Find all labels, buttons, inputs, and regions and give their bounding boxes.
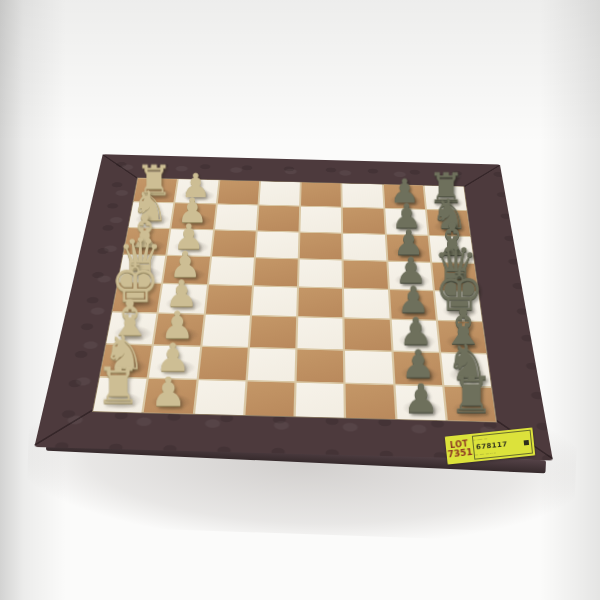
square-e5 bbox=[298, 288, 342, 318]
sticker-info-box: ·· ····· ··· 678117 ··· ···· ··· ·· ·· bbox=[472, 430, 533, 460]
frame-miter-seam bbox=[463, 165, 501, 188]
piece-black-pawn: ♟ bbox=[403, 379, 439, 419]
chess-board-frame: ♜♟♟♜♞♟♟♞♝♟♟♝♛♟♟♛♚♟♟♚♝♟♟♝♞♟♟♞♜♟♟♜ bbox=[34, 154, 553, 460]
square-a6 bbox=[343, 184, 383, 208]
square-e3 bbox=[205, 285, 251, 315]
square-e4 bbox=[252, 286, 297, 316]
square-f5 bbox=[297, 318, 343, 349]
lot-number: 7351 bbox=[447, 447, 473, 460]
photo: ♜♟♟♜♞♟♟♞♝♟♟♝♛♟♟♛♚♟♟♚♝♟♟♝♞♟♟♞♜♟♟♜ LOT 735… bbox=[0, 0, 600, 600]
piece-black-rook: ♜ bbox=[449, 370, 494, 420]
square-c6 bbox=[343, 234, 386, 261]
square-a3 bbox=[217, 180, 259, 204]
square-a4 bbox=[259, 181, 300, 205]
frame-miter-seam bbox=[34, 409, 94, 446]
square-h8: ♜ bbox=[444, 386, 496, 421]
sticker-barcode-mark bbox=[524, 439, 529, 444]
square-h6 bbox=[346, 384, 395, 419]
square-c5 bbox=[300, 232, 342, 259]
piece-white-pawn: ♟ bbox=[150, 372, 186, 412]
square-g3 bbox=[198, 347, 247, 380]
square-e6 bbox=[344, 289, 389, 319]
chess-board-squares: ♜♟♟♜♞♟♟♞♝♟♟♝♛♟♟♛♚♟♟♚♝♟♟♝♞♟♟♞♜♟♟♜ bbox=[92, 178, 497, 423]
square-f6 bbox=[345, 319, 391, 350]
square-h3 bbox=[195, 380, 246, 415]
square-f3 bbox=[202, 315, 250, 346]
square-g6 bbox=[345, 350, 392, 383]
square-b3 bbox=[215, 205, 258, 230]
square-b6 bbox=[343, 208, 384, 234]
square-h1: ♜ bbox=[93, 377, 146, 412]
piece-white-rook: ♜ bbox=[95, 361, 140, 411]
square-f4 bbox=[250, 316, 296, 347]
square-h5 bbox=[296, 383, 344, 418]
square-a5 bbox=[301, 182, 341, 206]
square-h4 bbox=[245, 381, 294, 416]
square-b5 bbox=[300, 207, 341, 233]
lot-block: LOT 7351 bbox=[445, 434, 475, 465]
square-c4 bbox=[256, 231, 299, 258]
square-d4 bbox=[254, 258, 298, 286]
frame-miter-seam bbox=[102, 154, 138, 178]
square-h7: ♟ bbox=[395, 385, 445, 420]
square-g4 bbox=[247, 348, 295, 381]
square-h2: ♟ bbox=[144, 379, 196, 414]
square-d6 bbox=[344, 260, 388, 288]
square-d3 bbox=[209, 257, 254, 285]
square-c3 bbox=[212, 230, 256, 257]
square-g5 bbox=[297, 349, 344, 382]
square-d5 bbox=[299, 259, 342, 287]
square-b4 bbox=[257, 206, 299, 231]
